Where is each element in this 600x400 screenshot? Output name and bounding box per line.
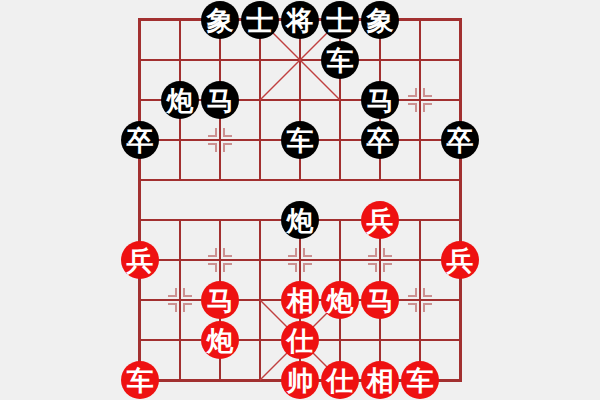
piece-red-soldier[interactable]: 兵 [361,201,399,239]
piece-red-cannon[interactable]: 炮 [201,321,239,359]
piece-black-cannon[interactable]: 炮 [161,81,199,119]
piece-black-horse[interactable]: 马 [201,81,239,119]
piece-red-horse[interactable]: 马 [201,281,239,319]
piece-black-advisor[interactable]: 士 [321,1,359,39]
piece-red-king[interactable]: 帅 [281,361,319,399]
piece-black-soldier[interactable]: 卒 [441,121,479,159]
piece-black-elephant[interactable]: 象 [201,1,239,39]
piece-red-chariot[interactable]: 车 [401,361,439,399]
piece-black-elephant[interactable]: 象 [361,1,399,39]
piece-black-advisor[interactable]: 士 [241,1,279,39]
piece-red-soldier[interactable]: 兵 [121,241,159,279]
piece-black-soldier[interactable]: 卒 [361,121,399,159]
xiangqi-board: 象士将士象车炮马马卒车卒卒炮兵兵兵马相炮马炮仕车帅仕相车 [0,0,600,400]
piece-black-cannon[interactable]: 炮 [281,201,319,239]
piece-red-soldier[interactable]: 兵 [441,241,479,279]
piece-red-elephant[interactable]: 相 [361,361,399,399]
piece-black-chariot[interactable]: 车 [321,41,359,79]
piece-red-chariot[interactable]: 车 [121,361,159,399]
piece-black-soldier[interactable]: 卒 [121,121,159,159]
piece-red-advisor[interactable]: 仕 [321,361,359,399]
piece-red-elephant[interactable]: 相 [281,281,319,319]
piece-black-horse[interactable]: 马 [361,81,399,119]
piece-black-chariot[interactable]: 车 [281,121,319,159]
pieces-layer: 象士将士象车炮马马卒车卒卒炮兵兵兵马相炮马炮仕车帅仕相车 [0,0,600,400]
piece-black-king[interactable]: 将 [281,1,319,39]
piece-red-horse[interactable]: 马 [361,281,399,319]
piece-red-cannon[interactable]: 炮 [321,281,359,319]
piece-red-advisor[interactable]: 仕 [281,321,319,359]
